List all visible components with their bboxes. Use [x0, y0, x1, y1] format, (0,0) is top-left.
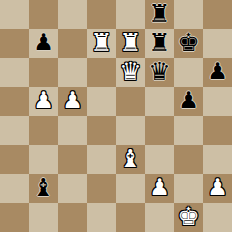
square-f1[interactable] [145, 203, 174, 232]
square-c3[interactable] [58, 145, 87, 174]
square-h1[interactable] [203, 203, 232, 232]
square-b4[interactable] [29, 116, 58, 145]
square-d4[interactable] [87, 116, 116, 145]
black-king[interactable]: ♚ [177, 29, 199, 57]
square-d1[interactable] [87, 203, 116, 232]
square-e2[interactable] [116, 174, 145, 203]
square-g8[interactable] [174, 0, 203, 29]
square-d5[interactable] [87, 87, 116, 116]
black-rook[interactable]: ♜ [148, 0, 170, 28]
square-b6[interactable] [29, 58, 58, 87]
square-e3[interactable]: ♝ [116, 145, 145, 174]
chess-board-wrap: ♜♟♜♜♜♚♛♛♟♟♟♟♝♝♟♟♚ [0, 0, 232, 232]
square-g2[interactable] [174, 174, 203, 203]
black-pawn[interactable]: ♟ [33, 29, 54, 57]
white-bishop[interactable]: ♝ [119, 145, 141, 173]
square-f6[interactable]: ♛ [145, 58, 174, 87]
black-pawn[interactable]: ♟ [178, 87, 199, 115]
square-h7[interactable] [203, 29, 232, 58]
square-b7[interactable]: ♟ [29, 29, 58, 58]
square-h6[interactable]: ♟ [203, 58, 232, 87]
square-e6[interactable]: ♛ [116, 58, 145, 87]
square-c8[interactable] [58, 0, 87, 29]
square-c1[interactable] [58, 203, 87, 232]
square-a5[interactable] [0, 87, 29, 116]
black-rook[interactable]: ♜ [148, 29, 170, 57]
square-a3[interactable] [0, 145, 29, 174]
square-a7[interactable] [0, 29, 29, 58]
square-e1[interactable] [116, 203, 145, 232]
square-e4[interactable] [116, 116, 145, 145]
white-rook[interactable]: ♜ [90, 29, 112, 57]
black-pawn[interactable]: ♟ [207, 58, 228, 86]
square-b5[interactable]: ♟ [29, 87, 58, 116]
square-e8[interactable] [116, 0, 145, 29]
square-b3[interactable] [29, 145, 58, 174]
square-g5[interactable]: ♟ [174, 87, 203, 116]
square-g1[interactable]: ♚ [174, 203, 203, 232]
square-f5[interactable] [145, 87, 174, 116]
square-c4[interactable] [58, 116, 87, 145]
square-a2[interactable] [0, 174, 29, 203]
white-pawn[interactable]: ♟ [33, 87, 54, 115]
white-pawn[interactable]: ♟ [62, 87, 83, 115]
white-pawn[interactable]: ♟ [149, 174, 170, 202]
white-rook[interactable]: ♜ [119, 29, 141, 57]
square-c7[interactable] [58, 29, 87, 58]
square-c2[interactable] [58, 174, 87, 203]
white-pawn[interactable]: ♟ [207, 174, 228, 202]
square-h3[interactable] [203, 145, 232, 174]
white-queen[interactable]: ♛ [119, 58, 141, 86]
square-e7[interactable]: ♜ [116, 29, 145, 58]
square-b1[interactable] [29, 203, 58, 232]
square-a8[interactable] [0, 0, 29, 29]
square-b8[interactable] [29, 0, 58, 29]
square-a1[interactable] [0, 203, 29, 232]
black-bishop[interactable]: ♝ [32, 174, 54, 202]
square-h8[interactable] [203, 0, 232, 29]
square-g6[interactable] [174, 58, 203, 87]
square-g3[interactable] [174, 145, 203, 174]
square-a6[interactable] [0, 58, 29, 87]
square-f7[interactable]: ♜ [145, 29, 174, 58]
square-d2[interactable] [87, 174, 116, 203]
square-f4[interactable] [145, 116, 174, 145]
square-b2[interactable]: ♝ [29, 174, 58, 203]
chess-board: ♜♟♜♜♜♚♛♛♟♟♟♟♝♝♟♟♚ [0, 0, 232, 232]
square-c5[interactable]: ♟ [58, 87, 87, 116]
square-f3[interactable] [145, 145, 174, 174]
square-d3[interactable] [87, 145, 116, 174]
square-h5[interactable] [203, 87, 232, 116]
square-f8[interactable]: ♜ [145, 0, 174, 29]
square-c6[interactable] [58, 58, 87, 87]
square-g7[interactable]: ♚ [174, 29, 203, 58]
square-f2[interactable]: ♟ [145, 174, 174, 203]
square-d6[interactable] [87, 58, 116, 87]
white-king[interactable]: ♚ [177, 203, 199, 231]
square-d7[interactable]: ♜ [87, 29, 116, 58]
square-d8[interactable] [87, 0, 116, 29]
black-queen[interactable]: ♛ [148, 58, 170, 86]
square-a4[interactable] [0, 116, 29, 145]
square-h4[interactable] [203, 116, 232, 145]
square-e5[interactable] [116, 87, 145, 116]
square-h2[interactable]: ♟ [203, 174, 232, 203]
square-g4[interactable] [174, 116, 203, 145]
